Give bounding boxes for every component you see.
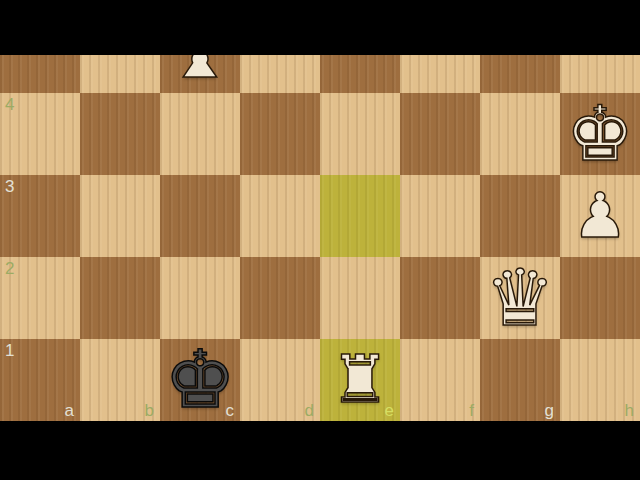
square-d1[interactable]: d [240,339,320,421]
white-bishop-c5[interactable]: ♝ [168,55,233,88]
rank-label-4: 4 [5,96,14,113]
rank-label-2: 2 [5,260,14,277]
square-b3[interactable] [80,175,160,257]
square-f3[interactable] [400,175,480,257]
square-g5[interactable] [480,55,560,93]
square-g4[interactable] [480,93,560,175]
square-e2[interactable] [320,257,400,339]
file-label-f: f [469,402,474,419]
square-b4[interactable] [80,93,160,175]
white-rook-e1[interactable]: ♜ [330,347,389,413]
square-b5[interactable] [80,55,160,93]
black-king-c1[interactable]: ♚ [164,340,236,420]
file-label-b: b [145,402,154,419]
square-f1[interactable]: f [400,339,480,421]
square-g2[interactable]: ♛ [480,257,560,339]
square-d4[interactable] [240,93,320,175]
letterbox-top [0,0,640,55]
chess-board: ♝4♚3♟2♛1abc♚de♜fgh [0,55,640,421]
video-frame: ♝4♚3♟2♛1abc♚de♜fgh [0,0,640,480]
square-c5[interactable]: ♝ [160,55,240,93]
square-c1[interactable]: c♚ [160,339,240,421]
file-label-h: h [625,402,634,419]
square-h4[interactable]: ♚ [560,93,640,175]
square-g1[interactable]: g [480,339,560,421]
square-d3[interactable] [240,175,320,257]
square-e3[interactable] [320,175,400,257]
board-viewport: ♝4♚3♟2♛1abc♚de♜fgh [0,55,640,421]
letterbox-bottom [0,421,640,480]
square-h1[interactable]: h [560,339,640,421]
square-c4[interactable] [160,93,240,175]
square-h3[interactable]: ♟ [560,175,640,257]
file-label-a: a [65,402,74,419]
file-label-g: g [545,402,554,419]
square-c3[interactable] [160,175,240,257]
square-a1[interactable]: 1a [0,339,80,421]
square-g3[interactable] [480,175,560,257]
square-d2[interactable] [240,257,320,339]
square-e1[interactable]: e♜ [320,339,400,421]
square-h5[interactable] [560,55,640,93]
square-c2[interactable] [160,257,240,339]
square-d5[interactable] [240,55,320,93]
square-a4[interactable]: 4 [0,93,80,175]
square-b1[interactable]: b [80,339,160,421]
square-f5[interactable] [400,55,480,93]
square-h2[interactable] [560,257,640,339]
white-queen-g2[interactable]: ♛ [485,259,555,337]
rank-label-3: 3 [5,178,14,195]
white-pawn-h3[interactable]: ♟ [572,185,628,247]
square-f2[interactable] [400,257,480,339]
square-e4[interactable] [320,93,400,175]
square-a2[interactable]: 2 [0,257,80,339]
file-label-d: d [305,402,314,419]
square-b2[interactable] [80,257,160,339]
white-king-h4[interactable]: ♚ [566,96,634,172]
square-f4[interactable] [400,93,480,175]
square-a3[interactable]: 3 [0,175,80,257]
square-e5[interactable] [320,55,400,93]
rank-label-1: 1 [5,342,14,359]
square-a5[interactable] [0,55,80,93]
